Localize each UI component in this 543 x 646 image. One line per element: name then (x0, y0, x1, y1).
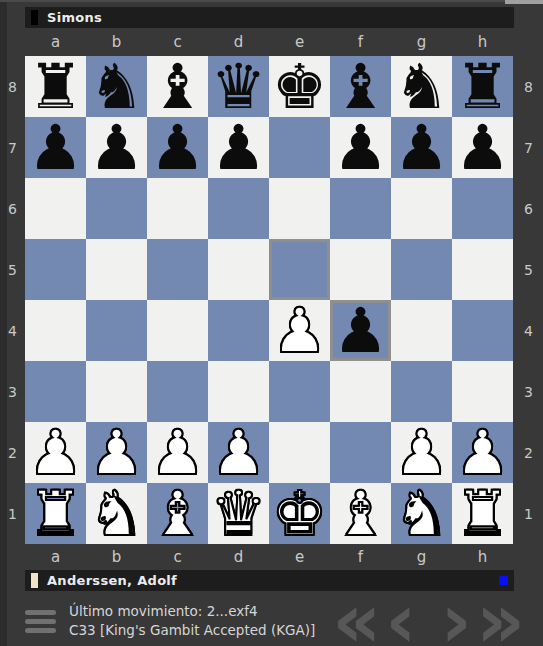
square-h1[interactable]: ♜ (452, 483, 513, 544)
white-bishop-piece[interactable]: ♝ (150, 483, 206, 544)
black-player-name: Simons (47, 10, 102, 25)
square-g6[interactable] (391, 178, 452, 239)
black-queen-piece[interactable]: ♛ (211, 56, 267, 117)
rank-label-4: 4 (0, 300, 25, 361)
square-a2[interactable]: ♟ (25, 422, 86, 483)
square-a7[interactable]: ♟ (25, 117, 86, 178)
square-d6[interactable] (208, 178, 269, 239)
opening-text: C33 [King's Gambit Accepted (KGA)] (69, 621, 315, 640)
square-h6[interactable] (452, 178, 513, 239)
rank-label-7: 7 (0, 117, 25, 178)
square-f5[interactable] (330, 239, 391, 300)
white-pawn-piece[interactable]: ♟ (455, 422, 511, 483)
square-d7[interactable]: ♟ (208, 117, 269, 178)
square-h2[interactable]: ♟ (452, 422, 513, 483)
file-label-e: e (269, 546, 330, 568)
square-b5[interactable] (86, 239, 147, 300)
white-pawn-piece[interactable]: ♟ (394, 422, 450, 483)
rank-label-6: 6 (514, 178, 543, 239)
square-g8[interactable]: ♞ (391, 56, 452, 117)
white-queen-piece[interactable]: ♛ (211, 483, 267, 544)
footer-bar: Último movimiento: 2...exf4 C33 [King's … (0, 596, 543, 646)
square-f6[interactable] (330, 178, 391, 239)
rank-label-8: 8 (514, 56, 543, 117)
white-bishop-piece[interactable]: ♝ (333, 483, 389, 544)
square-d5[interactable] (208, 239, 269, 300)
square-d8[interactable]: ♛ (208, 56, 269, 117)
square-c1[interactable]: ♝ (147, 483, 208, 544)
prev-move-button[interactable]: ‹ (385, 599, 416, 643)
black-rook-piece[interactable]: ♜ (455, 56, 511, 117)
square-e7[interactable] (269, 117, 330, 178)
white-pawn-piece[interactable]: ♟ (150, 422, 206, 483)
first-move-button[interactable]: « (332, 599, 381, 643)
file-label-d: d (208, 546, 269, 568)
square-f8[interactable]: ♝ (330, 56, 391, 117)
square-b2[interactable]: ♟ (86, 422, 147, 483)
black-bishop-piece[interactable]: ♝ (150, 56, 206, 117)
square-e2[interactable] (269, 422, 330, 483)
square-f3[interactable] (330, 361, 391, 422)
square-e6[interactable] (269, 178, 330, 239)
move-info: Último movimiento: 2...exf4 C33 [King's … (69, 602, 315, 640)
move-navigation: « ‹ › » (332, 599, 525, 643)
black-color-indicator (31, 10, 38, 25)
rank-label-1: 1 (514, 483, 543, 544)
square-c7[interactable]: ♟ (147, 117, 208, 178)
square-d3[interactable] (208, 361, 269, 422)
hamburger-line (25, 619, 56, 624)
square-d4[interactable] (208, 300, 269, 361)
square-e3[interactable] (269, 361, 330, 422)
black-pawn-piece[interactable]: ♟ (211, 117, 267, 178)
square-b7[interactable]: ♟ (86, 117, 147, 178)
square-c5[interactable] (147, 239, 208, 300)
square-c8[interactable]: ♝ (147, 56, 208, 117)
square-h3[interactable] (452, 361, 513, 422)
rank-label-8: 8 (0, 56, 25, 117)
square-c3[interactable] (147, 361, 208, 422)
square-b8[interactable]: ♞ (86, 56, 147, 117)
square-f4[interactable]: ♟ (330, 300, 391, 361)
square-e1[interactable]: ♚ (269, 483, 330, 544)
square-d2[interactable]: ♟ (208, 422, 269, 483)
rank-labels-left: 87654321 (0, 56, 25, 544)
last-move-button[interactable]: » (476, 599, 525, 643)
square-h5[interactable] (452, 239, 513, 300)
player-bar-black: Simons (25, 7, 514, 28)
black-king-piece[interactable]: ♚ (272, 56, 328, 117)
square-b1[interactable]: ♞ (86, 483, 147, 544)
square-c6[interactable] (147, 178, 208, 239)
black-pawn-piece[interactable]: ♟ (28, 117, 84, 178)
rank-label-3: 3 (0, 361, 25, 422)
square-e4[interactable]: ♟ (269, 300, 330, 361)
white-pawn-piece[interactable]: ♟ (211, 422, 267, 483)
hamburger-line (25, 628, 56, 633)
black-knight-piece[interactable]: ♞ (89, 56, 145, 117)
square-f1[interactable]: ♝ (330, 483, 391, 544)
rank-label-1: 1 (0, 483, 25, 544)
square-g5[interactable] (391, 239, 452, 300)
square-g2[interactable]: ♟ (391, 422, 452, 483)
top-edge-line (0, 0, 543, 2)
rank-label-6: 6 (0, 178, 25, 239)
rank-label-5: 5 (0, 239, 25, 300)
file-label-f: f (330, 546, 391, 568)
square-f7[interactable]: ♟ (330, 117, 391, 178)
square-h7[interactable]: ♟ (452, 117, 513, 178)
square-f2[interactable] (330, 422, 391, 483)
rank-label-3: 3 (514, 361, 543, 422)
black-pawn-piece[interactable]: ♟ (333, 117, 389, 178)
file-label-g: g (391, 546, 452, 568)
file-label-a: a (25, 546, 86, 568)
square-g3[interactable] (391, 361, 452, 422)
square-d1[interactable]: ♛ (208, 483, 269, 544)
square-a6[interactable] (25, 178, 86, 239)
white-knight-piece[interactable]: ♞ (394, 483, 450, 544)
white-color-indicator (31, 573, 38, 588)
white-pawn-piece[interactable]: ♟ (89, 422, 145, 483)
chess-board: ♜♞♝♛♚♝♞♜♟♟♟♟♟♟♟♟♟♟♟♟♟♟♟♜♞♝♛♚♝♞♜ (25, 56, 513, 544)
square-a3[interactable] (25, 361, 86, 422)
black-pawn-piece[interactable]: ♟ (455, 117, 511, 178)
square-c2[interactable]: ♟ (147, 422, 208, 483)
black-pawn-piece[interactable]: ♟ (89, 117, 145, 178)
white-player-name: Anderssen, Adolf (47, 573, 177, 588)
black-pawn-piece[interactable]: ♟ (150, 117, 206, 178)
white-rook-piece[interactable]: ♜ (28, 483, 84, 544)
white-king-piece[interactable]: ♚ (272, 483, 328, 544)
square-a5[interactable] (25, 239, 86, 300)
square-e8[interactable]: ♚ (269, 56, 330, 117)
rank-label-4: 4 (514, 300, 543, 361)
rank-label-7: 7 (514, 117, 543, 178)
square-a4[interactable] (25, 300, 86, 361)
scrollbar-fragment[interactable] (505, 0, 543, 4)
square-h4[interactable] (452, 300, 513, 361)
square-c4[interactable] (147, 300, 208, 361)
last-move-text: Último movimiento: 2...exf4 (69, 602, 315, 621)
square-e5[interactable] (269, 239, 330, 300)
rank-label-5: 5 (514, 239, 543, 300)
black-knight-piece[interactable]: ♞ (394, 56, 450, 117)
square-g4[interactable] (391, 300, 452, 361)
rank-labels-right: 87654321 (514, 56, 543, 544)
square-b6[interactable] (86, 178, 147, 239)
file-label-c: c (147, 546, 208, 568)
rank-label-2: 2 (514, 422, 543, 483)
black-bishop-piece[interactable]: ♝ (333, 56, 389, 117)
square-a8[interactable]: ♜ (25, 56, 86, 117)
hamburger-menu-icon[interactable] (25, 610, 56, 633)
white-knight-piece[interactable]: ♞ (89, 483, 145, 544)
white-pawn-piece[interactable]: ♟ (272, 300, 328, 361)
square-a1[interactable]: ♜ (25, 483, 86, 544)
file-label-b: b (86, 546, 147, 568)
square-g7[interactable]: ♟ (391, 117, 452, 178)
white-rook-piece[interactable]: ♜ (455, 483, 511, 544)
file-labels-bottom: abcdefgh (25, 546, 513, 568)
file-label-h: h (452, 546, 513, 568)
square-b4[interactable] (86, 300, 147, 361)
white-pawn-piece[interactable]: ♟ (28, 422, 84, 483)
square-b3[interactable] (86, 361, 147, 422)
next-move-button[interactable]: › (441, 599, 472, 643)
rank-label-2: 2 (0, 422, 25, 483)
black-pawn-piece[interactable]: ♟ (333, 300, 389, 361)
black-rook-piece[interactable]: ♜ (28, 56, 84, 117)
square-g1[interactable]: ♞ (391, 483, 452, 544)
hamburger-line (25, 610, 56, 615)
square-h8[interactable]: ♜ (452, 56, 513, 117)
black-pawn-piece[interactable]: ♟ (394, 117, 450, 178)
